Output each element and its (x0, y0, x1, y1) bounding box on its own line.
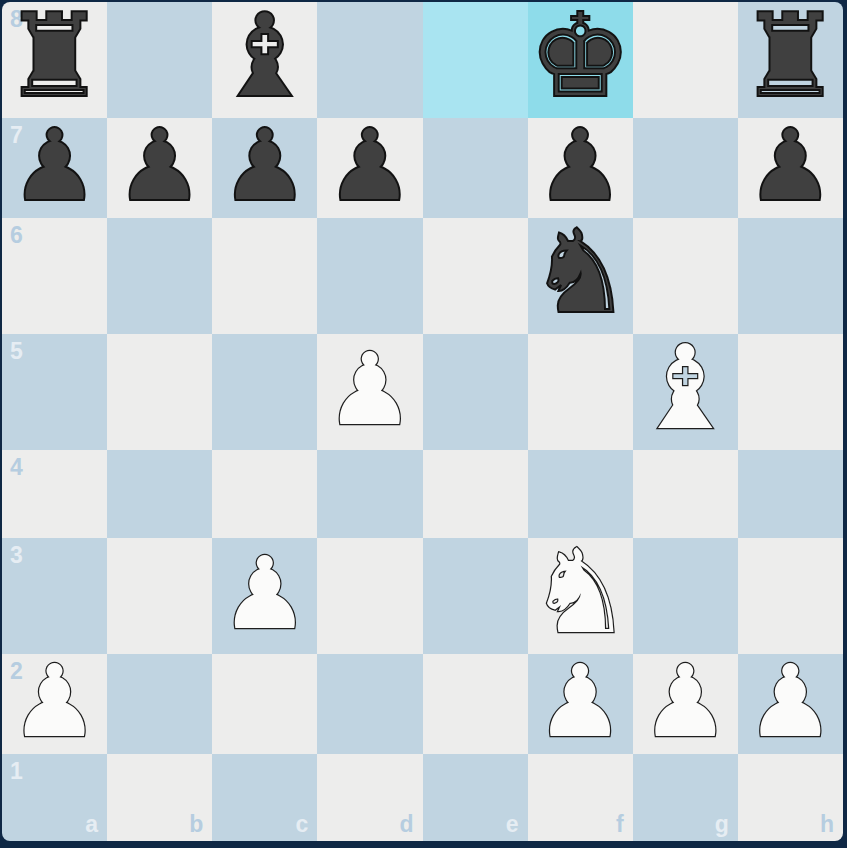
square-e2[interactable] (423, 654, 528, 754)
square-h7[interactable]: ♟ (738, 118, 843, 218)
square-d8[interactable] (317, 2, 422, 118)
square-h2[interactable]: ♟ (738, 654, 843, 754)
file-label-h: h (820, 813, 834, 836)
square-f7[interactable]: ♟ (528, 118, 633, 218)
square-e5[interactable] (423, 334, 528, 450)
square-h4[interactable] (738, 450, 843, 538)
square-e7[interactable] (423, 118, 528, 218)
square-g5[interactable]: ♝ (633, 334, 738, 450)
square-g4[interactable] (633, 450, 738, 538)
white-knight-icon[interactable]: ♞ (528, 534, 632, 650)
square-c4[interactable] (212, 450, 317, 538)
square-c1[interactable]: c (212, 754, 317, 842)
square-c6[interactable] (212, 218, 317, 334)
square-e6[interactable] (423, 218, 528, 334)
black-pawn-icon[interactable]: ♟ (10, 116, 100, 216)
white-pawn-icon[interactable]: ♟ (535, 652, 625, 752)
square-h1[interactable]: h (738, 754, 843, 842)
square-f3[interactable]: ♞ (528, 538, 633, 654)
square-b3[interactable] (107, 538, 212, 654)
rank-label-1: 1 (10, 760, 23, 783)
square-h8[interactable]: ♜ (738, 2, 843, 118)
square-f2[interactable]: ♟ (528, 654, 633, 754)
square-c7[interactable]: ♟ (212, 118, 317, 218)
square-b4[interactable] (107, 450, 212, 538)
white-pawn-icon[interactable]: ♟ (325, 340, 415, 440)
black-pawn-icon[interactable]: ♟ (115, 116, 205, 216)
square-b5[interactable] (107, 334, 212, 450)
square-a1[interactable]: 1a (2, 754, 107, 842)
square-b6[interactable] (107, 218, 212, 334)
white-pawn-icon[interactable]: ♟ (220, 544, 310, 644)
square-b1[interactable]: b (107, 754, 212, 842)
file-label-b: b (189, 813, 203, 836)
square-b7[interactable]: ♟ (107, 118, 212, 218)
square-f5[interactable] (528, 334, 633, 450)
square-f6[interactable]: ♞ (528, 218, 633, 334)
black-pawn-icon[interactable]: ♟ (535, 116, 625, 216)
chess-app: 8♜♝♚♜7♟♟♟♟♟♟6♞5♟♝43♟♞2♟♟♟♟1abcdefgh (0, 0, 847, 848)
black-pawn-icon[interactable]: ♟ (746, 116, 836, 216)
square-g2[interactable]: ♟ (633, 654, 738, 754)
file-label-f: f (616, 813, 624, 836)
file-label-a: a (85, 813, 98, 836)
rank-label-6: 6 (10, 224, 23, 247)
square-h6[interactable] (738, 218, 843, 334)
square-d4[interactable] (317, 450, 422, 538)
white-bishop-icon[interactable]: ♝ (633, 330, 737, 446)
rank-label-4: 4 (10, 456, 23, 479)
chess-board: 8♜♝♚♜7♟♟♟♟♟♟6♞5♟♝43♟♞2♟♟♟♟1abcdefgh (2, 2, 843, 841)
square-e4[interactable] (423, 450, 528, 538)
square-d2[interactable] (317, 654, 422, 754)
square-e8[interactable] (423, 2, 528, 118)
square-b8[interactable] (107, 2, 212, 118)
white-pawn-icon[interactable]: ♟ (10, 652, 100, 752)
square-a2[interactable]: 2♟ (2, 654, 107, 754)
square-g1[interactable]: g (633, 754, 738, 842)
square-c8[interactable]: ♝ (212, 2, 317, 118)
square-h5[interactable] (738, 334, 843, 450)
square-a7[interactable]: 7♟ (2, 118, 107, 218)
file-label-g: g (715, 813, 729, 836)
square-a6[interactable]: 6 (2, 218, 107, 334)
square-g8[interactable] (633, 2, 738, 118)
square-a5[interactable]: 5 (2, 334, 107, 450)
square-d7[interactable]: ♟ (317, 118, 422, 218)
black-king-icon[interactable]: ♚ (528, 2, 632, 114)
square-c3[interactable]: ♟ (212, 538, 317, 654)
black-pawn-icon[interactable]: ♟ (220, 116, 310, 216)
square-h3[interactable] (738, 538, 843, 654)
square-e1[interactable]: e (423, 754, 528, 842)
file-label-c: c (296, 813, 309, 836)
square-g3[interactable] (633, 538, 738, 654)
square-d5[interactable]: ♟ (317, 334, 422, 450)
file-label-e: e (506, 813, 519, 836)
black-rook-icon[interactable]: ♜ (3, 2, 107, 114)
square-g7[interactable] (633, 118, 738, 218)
black-pawn-icon[interactable]: ♟ (325, 116, 415, 216)
square-a3[interactable]: 3 (2, 538, 107, 654)
black-knight-icon[interactable]: ♞ (528, 214, 632, 330)
square-b2[interactable] (107, 654, 212, 754)
rank-label-3: 3 (10, 544, 23, 567)
square-e3[interactable] (423, 538, 528, 654)
file-label-d: d (399, 813, 413, 836)
black-bishop-icon[interactable]: ♝ (213, 2, 317, 114)
rank-label-5: 5 (10, 340, 23, 363)
square-a4[interactable]: 4 (2, 450, 107, 538)
square-g6[interactable] (633, 218, 738, 334)
white-pawn-icon[interactable]: ♟ (746, 652, 836, 752)
white-pawn-icon[interactable]: ♟ (640, 652, 730, 752)
black-rook-icon[interactable]: ♜ (738, 2, 842, 114)
square-f1[interactable]: f (528, 754, 633, 842)
square-d6[interactable] (317, 218, 422, 334)
square-f8[interactable]: ♚ (528, 2, 633, 118)
square-c5[interactable] (212, 334, 317, 450)
square-d3[interactable] (317, 538, 422, 654)
square-d1[interactable]: d (317, 754, 422, 842)
square-a8[interactable]: 8♜ (2, 2, 107, 118)
square-c2[interactable] (212, 654, 317, 754)
